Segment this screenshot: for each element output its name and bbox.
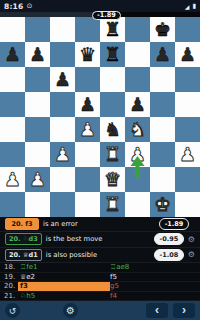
square-d2[interactable] xyxy=(75,167,100,192)
square-g5[interactable] xyxy=(150,92,175,117)
black-move[interactable]: g5 xyxy=(110,282,200,290)
move-row: 19. ♕e2 f5 xyxy=(0,273,200,283)
board-container: ♜♚♟♟♛♜♟♟♟♟♟♟♞♞♟♜♟♟♟♟♛♜♚ xyxy=(0,17,200,217)
white-pawn: ♟ xyxy=(129,142,146,167)
black-pawn: ♟ xyxy=(179,42,196,67)
square-d7[interactable]: ♛ xyxy=(75,42,100,67)
notification-icon: ⊙ xyxy=(26,2,32,10)
battery-icon: ▮ xyxy=(192,2,196,10)
square-b6[interactable] xyxy=(25,67,50,92)
black-move[interactable]: ♖ae8 xyxy=(110,263,200,271)
square-f2[interactable] xyxy=(125,167,150,192)
flip-board-icon: ↺ xyxy=(9,306,17,316)
square-a4[interactable] xyxy=(0,117,25,142)
square-c5[interactable] xyxy=(50,92,75,117)
verdict-text: is the best move xyxy=(46,235,103,243)
square-a1[interactable] xyxy=(0,192,25,217)
square-c7[interactable] xyxy=(50,42,75,67)
move-number: 18. xyxy=(0,263,18,271)
eval-pill: -1.08 xyxy=(154,249,184,261)
square-c6[interactable]: ♟ xyxy=(50,67,75,92)
square-e8[interactable]: ♜ xyxy=(100,17,125,42)
white-pawn: ♟ xyxy=(79,117,96,142)
eval-pill: -1.89 xyxy=(159,218,189,230)
square-h3[interactable]: ♟ xyxy=(175,142,200,167)
clock-time: 8:16 xyxy=(4,2,23,11)
black-knight: ♞ xyxy=(104,117,121,142)
white-pawn: ♟ xyxy=(54,142,71,167)
square-f3[interactable]: ♟ xyxy=(125,142,150,167)
white-move[interactable]: ♕e2 xyxy=(18,273,110,282)
flip-board-button[interactable]: ↺ xyxy=(5,303,20,318)
settings-button[interactable]: ⚙ xyxy=(63,303,78,318)
square-e1[interactable]: ♜ xyxy=(100,192,125,217)
verdict-text: is an error xyxy=(43,220,78,228)
square-h6[interactable] xyxy=(175,67,200,92)
white-king: ♚ xyxy=(154,192,171,217)
square-h1[interactable] xyxy=(175,192,200,217)
square-f6[interactable] xyxy=(125,67,150,92)
app: 8:16 ⊙ ◢ ▮ -1.89 ♜♚♟♟♛♜♟♟♟♟♟♟♞♞♟♜♟♟♟♟♛♜♚… xyxy=(0,0,200,320)
white-move[interactable]: ♖fe1 xyxy=(18,263,110,272)
square-e4[interactable]: ♞ xyxy=(100,117,125,142)
white-pawn: ♟ xyxy=(179,142,196,167)
black-rook: ♜ xyxy=(104,17,121,42)
white-pawn: ♟ xyxy=(29,167,46,192)
gear-icon[interactable]: ⚙ xyxy=(188,250,195,259)
square-d4[interactable]: ♟ xyxy=(75,117,100,142)
settings-gear-icon: ⚙ xyxy=(66,305,75,316)
analysis-row-alternative: 20. ♕d1 is also possible -1.08 ⚙ xyxy=(0,248,200,263)
square-h5[interactable] xyxy=(175,92,200,117)
move-row-current: 20. f3 g5 xyxy=(0,282,200,292)
square-h4[interactable] xyxy=(175,117,200,142)
white-pawn: ♟ xyxy=(4,167,21,192)
square-a3[interactable] xyxy=(0,142,25,167)
square-b8[interactable] xyxy=(25,17,50,42)
square-b3[interactable] xyxy=(25,142,50,167)
verdict-text: is also possible xyxy=(46,251,97,259)
white-queen: ♛ xyxy=(104,167,121,192)
analysis-row-best: 20. ♘d3 is the best move -0.95 ⚙ xyxy=(0,232,200,247)
best-move-badge[interactable]: 20. ♘d3 xyxy=(5,233,42,245)
gear-icon[interactable]: ⚙ xyxy=(188,235,195,244)
square-h2[interactable] xyxy=(175,167,200,192)
square-h7[interactable]: ♟ xyxy=(175,42,200,67)
square-c8[interactable] xyxy=(50,17,75,42)
square-e3[interactable]: ♜ xyxy=(100,142,125,167)
square-g8[interactable]: ♚ xyxy=(150,17,175,42)
black-pawn: ♟ xyxy=(129,92,146,117)
black-rook: ♜ xyxy=(104,42,121,67)
square-a5[interactable] xyxy=(0,92,25,117)
square-f1[interactable] xyxy=(125,192,150,217)
played-move-badge[interactable]: 20. f3 xyxy=(5,218,39,230)
square-g7[interactable]: ♟ xyxy=(150,42,175,67)
square-d1[interactable] xyxy=(75,192,100,217)
chess-board: ♜♚♟♟♛♜♟♟♟♟♟♟♞♞♟♜♟♟♟♟♛♜♚ xyxy=(0,17,200,217)
chevron-left-icon: ‹ xyxy=(155,304,159,317)
square-g3[interactable] xyxy=(150,142,175,167)
square-d3[interactable] xyxy=(75,142,100,167)
move-row: 18. ♖fe1 ♖ae8 xyxy=(0,263,200,273)
next-move-button[interactable]: › xyxy=(173,303,195,318)
black-move[interactable]: f4 xyxy=(110,292,200,300)
chevron-right-icon: › xyxy=(182,304,186,317)
square-g4[interactable] xyxy=(150,117,175,142)
square-d8[interactable] xyxy=(75,17,100,42)
square-g1[interactable]: ♚ xyxy=(150,192,175,217)
square-d6[interactable] xyxy=(75,67,100,92)
square-f5[interactable]: ♟ xyxy=(125,92,150,117)
square-b1[interactable] xyxy=(25,192,50,217)
white-rook: ♜ xyxy=(104,192,121,217)
square-e2[interactable]: ♛ xyxy=(100,167,125,192)
move-list: 18. ♖fe1 ♖ae8 19. ♕e2 f5 20. f3 g5 21. ♘… xyxy=(0,263,200,301)
alt-move-badge[interactable]: 20. ♕d1 xyxy=(5,249,42,261)
black-king: ♚ xyxy=(154,17,171,42)
square-f8[interactable] xyxy=(125,17,150,42)
black-queen: ♛ xyxy=(79,42,96,67)
move-row: 21. ♘h5 f4 xyxy=(0,292,200,302)
square-c3[interactable]: ♟ xyxy=(50,142,75,167)
square-a7[interactable]: ♟ xyxy=(0,42,25,67)
square-d5[interactable]: ♟ xyxy=(75,92,100,117)
black-pawn: ♟ xyxy=(29,42,46,67)
square-f4[interactable]: ♞ xyxy=(125,117,150,142)
square-h8[interactable] xyxy=(175,17,200,42)
black-pawn: ♟ xyxy=(154,42,171,67)
white-move-current[interactable]: f3 xyxy=(18,282,110,291)
white-knight: ♞ xyxy=(129,117,146,142)
signal-icon: ◢ xyxy=(185,3,190,10)
analysis-panel: 20. f3 is an error -1.89 20. ♘d3 is the … xyxy=(0,217,200,263)
square-f7[interactable] xyxy=(125,42,150,67)
square-b4[interactable] xyxy=(25,117,50,142)
eval-score-badge: -1.89 xyxy=(92,11,121,20)
square-a2[interactable]: ♟ xyxy=(0,167,25,192)
white-rook: ♜ xyxy=(104,142,121,167)
square-b7[interactable]: ♟ xyxy=(25,42,50,67)
prev-move-button[interactable]: ‹ xyxy=(146,303,168,318)
square-a6[interactable] xyxy=(0,67,25,92)
square-b2[interactable]: ♟ xyxy=(25,167,50,192)
square-c1[interactable] xyxy=(50,192,75,217)
move-number: 19. xyxy=(0,273,18,281)
move-number: 20. xyxy=(0,282,18,290)
square-e5[interactable] xyxy=(100,92,125,117)
square-c4[interactable] xyxy=(50,117,75,142)
black-pawn: ♟ xyxy=(4,42,21,67)
square-e6[interactable] xyxy=(100,67,125,92)
square-e7[interactable]: ♜ xyxy=(100,42,125,67)
black-pawn: ♟ xyxy=(79,92,96,117)
analysis-row-error: 20. f3 is an error -1.89 xyxy=(0,217,200,232)
square-a8[interactable] xyxy=(0,17,25,42)
move-number: 21. xyxy=(0,292,18,300)
eval-pill: -0.95 xyxy=(154,233,184,245)
square-c2[interactable] xyxy=(50,167,75,192)
square-g2[interactable] xyxy=(150,167,175,192)
white-move[interactable]: ♘h5 xyxy=(18,292,110,301)
black-pawn: ♟ xyxy=(54,67,71,92)
bottom-toolbar: ↺ ⚙ ‹ › xyxy=(0,301,200,320)
square-g6[interactable] xyxy=(150,67,175,92)
black-move[interactable]: f5 xyxy=(110,273,200,281)
square-b5[interactable] xyxy=(25,92,50,117)
